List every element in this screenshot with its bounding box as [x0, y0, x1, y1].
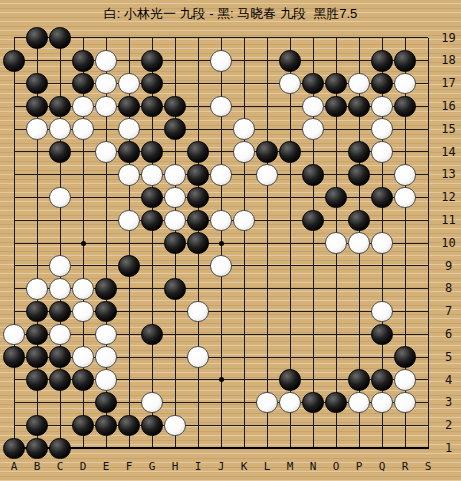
intersection[interactable]	[49, 323, 72, 346]
intersection[interactable]	[26, 27, 49, 50]
intersection[interactable]	[279, 27, 302, 50]
intersection[interactable]	[72, 323, 95, 346]
intersection[interactable]	[118, 118, 141, 141]
intersection[interactable]	[233, 255, 256, 278]
intersection[interactable]	[325, 232, 348, 255]
intersection[interactable]	[118, 255, 141, 278]
intersection[interactable]	[302, 369, 325, 392]
intersection[interactable]	[3, 141, 26, 164]
intersection[interactable]	[49, 414, 72, 437]
intersection[interactable]	[302, 255, 325, 278]
intersection[interactable]	[348, 277, 371, 300]
intersection[interactable]	[394, 72, 417, 95]
intersection[interactable]	[164, 300, 187, 323]
intersection[interactable]	[302, 141, 325, 164]
intersection[interactable]	[325, 323, 348, 346]
intersection[interactable]	[233, 323, 256, 346]
intersection[interactable]	[49, 163, 72, 186]
intersection[interactable]	[187, 323, 210, 346]
intersection[interactable]	[3, 209, 26, 232]
intersection[interactable]	[72, 118, 95, 141]
intersection[interactable]	[26, 437, 49, 460]
intersection[interactable]	[49, 209, 72, 232]
intersection[interactable]	[187, 72, 210, 95]
intersection[interactable]	[164, 141, 187, 164]
intersection[interactable]	[72, 277, 95, 300]
intersection[interactable]	[3, 277, 26, 300]
intersection[interactable]	[210, 369, 233, 392]
intersection[interactable]	[95, 323, 118, 346]
intersection[interactable]	[141, 209, 164, 232]
intersection[interactable]	[26, 323, 49, 346]
intersection[interactable]	[210, 27, 233, 50]
intersection[interactable]	[164, 118, 187, 141]
intersection[interactable]	[187, 209, 210, 232]
intersection[interactable]	[348, 323, 371, 346]
intersection[interactable]	[325, 391, 348, 414]
intersection[interactable]	[279, 323, 302, 346]
intersection[interactable]	[26, 209, 49, 232]
intersection[interactable]	[348, 437, 371, 460]
intersection[interactable]	[210, 277, 233, 300]
intersection[interactable]	[256, 414, 279, 437]
intersection[interactable]	[279, 209, 302, 232]
intersection[interactable]	[95, 414, 118, 437]
intersection[interactable]	[26, 49, 49, 72]
intersection[interactable]	[3, 186, 26, 209]
intersection[interactable]	[95, 163, 118, 186]
intersection[interactable]	[325, 186, 348, 209]
intersection[interactable]	[302, 391, 325, 414]
intersection[interactable]	[394, 414, 417, 437]
intersection[interactable]	[72, 72, 95, 95]
intersection[interactable]	[371, 27, 394, 50]
intersection[interactable]	[72, 437, 95, 460]
intersection[interactable]	[256, 232, 279, 255]
intersection[interactable]	[3, 232, 26, 255]
intersection[interactable]	[325, 300, 348, 323]
intersection[interactable]	[95, 369, 118, 392]
intersection[interactable]	[210, 323, 233, 346]
intersection[interactable]	[394, 277, 417, 300]
intersection[interactable]	[49, 300, 72, 323]
intersection[interactable]	[118, 437, 141, 460]
intersection[interactable]	[256, 72, 279, 95]
intersection[interactable]	[118, 72, 141, 95]
intersection[interactable]	[164, 95, 187, 118]
intersection[interactable]	[26, 277, 49, 300]
intersection[interactable]	[95, 232, 118, 255]
intersection[interactable]	[187, 118, 210, 141]
intersection[interactable]	[279, 300, 302, 323]
intersection[interactable]	[187, 437, 210, 460]
intersection[interactable]	[49, 255, 72, 278]
intersection[interactable]	[394, 255, 417, 278]
intersection[interactable]	[187, 346, 210, 369]
intersection[interactable]	[371, 209, 394, 232]
intersection[interactable]	[348, 346, 371, 369]
intersection[interactable]	[72, 163, 95, 186]
intersection[interactable]	[118, 369, 141, 392]
intersection[interactable]	[210, 186, 233, 209]
intersection[interactable]	[187, 141, 210, 164]
intersection[interactable]	[95, 437, 118, 460]
intersection[interactable]	[141, 118, 164, 141]
intersection[interactable]	[371, 72, 394, 95]
intersection[interactable]	[371, 118, 394, 141]
intersection[interactable]	[95, 277, 118, 300]
intersection[interactable]	[3, 72, 26, 95]
intersection[interactable]	[49, 186, 72, 209]
intersection[interactable]	[256, 27, 279, 50]
intersection[interactable]	[141, 300, 164, 323]
intersection[interactable]	[164, 72, 187, 95]
intersection[interactable]	[279, 141, 302, 164]
intersection[interactable]	[26, 95, 49, 118]
intersection[interactable]	[72, 414, 95, 437]
intersection[interactable]	[394, 141, 417, 164]
intersection[interactable]	[164, 369, 187, 392]
intersection[interactable]	[233, 49, 256, 72]
intersection[interactable]	[371, 255, 394, 278]
intersection[interactable]	[210, 209, 233, 232]
intersection[interactable]	[95, 255, 118, 278]
intersection[interactable]	[256, 49, 279, 72]
intersection[interactable]	[118, 346, 141, 369]
intersection[interactable]	[210, 346, 233, 369]
intersection[interactable]	[325, 163, 348, 186]
intersection[interactable]	[210, 414, 233, 437]
intersection[interactable]	[141, 323, 164, 346]
intersection[interactable]	[164, 255, 187, 278]
intersection[interactable]	[95, 300, 118, 323]
intersection[interactable]	[49, 95, 72, 118]
intersection[interactable]	[233, 141, 256, 164]
intersection[interactable]	[210, 232, 233, 255]
intersection[interactable]	[164, 163, 187, 186]
intersection[interactable]	[187, 186, 210, 209]
intersection[interactable]	[164, 391, 187, 414]
intersection[interactable]	[279, 163, 302, 186]
intersection[interactable]	[233, 369, 256, 392]
intersection[interactable]	[394, 437, 417, 460]
intersection[interactable]	[302, 163, 325, 186]
intersection[interactable]	[348, 232, 371, 255]
intersection[interactable]	[26, 414, 49, 437]
intersection[interactable]	[348, 141, 371, 164]
intersection[interactable]	[233, 27, 256, 50]
intersection[interactable]	[371, 163, 394, 186]
intersection[interactable]	[348, 186, 371, 209]
intersection[interactable]	[72, 391, 95, 414]
intersection[interactable]	[95, 27, 118, 50]
intersection[interactable]	[164, 186, 187, 209]
intersection[interactable]	[141, 163, 164, 186]
intersection[interactable]	[72, 209, 95, 232]
intersection[interactable]	[256, 323, 279, 346]
intersection[interactable]	[256, 163, 279, 186]
intersection[interactable]	[348, 391, 371, 414]
intersection[interactable]	[394, 232, 417, 255]
intersection[interactable]	[141, 72, 164, 95]
intersection[interactable]	[187, 163, 210, 186]
intersection[interactable]	[233, 118, 256, 141]
intersection[interactable]	[164, 232, 187, 255]
intersection[interactable]	[279, 186, 302, 209]
intersection[interactable]	[141, 95, 164, 118]
intersection[interactable]	[256, 141, 279, 164]
intersection[interactable]	[118, 414, 141, 437]
intersection[interactable]	[210, 141, 233, 164]
intersection[interactable]	[279, 346, 302, 369]
intersection[interactable]	[371, 323, 394, 346]
intersection[interactable]	[233, 437, 256, 460]
intersection[interactable]	[325, 95, 348, 118]
intersection[interactable]	[141, 141, 164, 164]
intersection[interactable]	[302, 118, 325, 141]
intersection[interactable]	[256, 369, 279, 392]
intersection[interactable]	[164, 437, 187, 460]
intersection[interactable]	[279, 118, 302, 141]
intersection[interactable]	[49, 369, 72, 392]
intersection[interactable]	[302, 186, 325, 209]
intersection[interactable]	[164, 209, 187, 232]
intersection[interactable]	[187, 49, 210, 72]
intersection[interactable]	[26, 118, 49, 141]
intersection[interactable]	[118, 95, 141, 118]
intersection[interactable]	[302, 323, 325, 346]
intersection[interactable]	[302, 72, 325, 95]
intersection[interactable]	[394, 27, 417, 50]
intersection[interactable]	[325, 118, 348, 141]
intersection[interactable]	[118, 323, 141, 346]
intersection[interactable]	[141, 49, 164, 72]
intersection[interactable]	[325, 369, 348, 392]
intersection[interactable]	[141, 391, 164, 414]
intersection[interactable]	[49, 232, 72, 255]
intersection[interactable]	[3, 369, 26, 392]
intersection[interactable]	[118, 232, 141, 255]
intersection[interactable]	[394, 118, 417, 141]
intersection[interactable]	[371, 277, 394, 300]
intersection[interactable]	[256, 255, 279, 278]
intersection[interactable]	[371, 437, 394, 460]
intersection[interactable]	[325, 277, 348, 300]
intersection[interactable]	[371, 391, 394, 414]
intersection[interactable]	[302, 27, 325, 50]
intersection[interactable]	[49, 346, 72, 369]
intersection[interactable]	[49, 72, 72, 95]
intersection[interactable]	[95, 186, 118, 209]
intersection[interactable]	[279, 391, 302, 414]
intersection[interactable]	[394, 346, 417, 369]
intersection[interactable]	[394, 209, 417, 232]
intersection[interactable]	[141, 232, 164, 255]
intersection[interactable]	[118, 391, 141, 414]
intersection[interactable]	[26, 300, 49, 323]
intersection[interactable]	[72, 300, 95, 323]
intersection[interactable]	[164, 323, 187, 346]
intersection[interactable]	[371, 369, 394, 392]
intersection[interactable]	[26, 72, 49, 95]
intersection[interactable]	[164, 346, 187, 369]
intersection[interactable]	[26, 346, 49, 369]
intersection[interactable]	[26, 391, 49, 414]
intersection[interactable]	[325, 346, 348, 369]
intersection[interactable]	[3, 95, 26, 118]
intersection[interactable]	[325, 49, 348, 72]
intersection[interactable]	[118, 163, 141, 186]
intersection[interactable]	[394, 186, 417, 209]
intersection[interactable]	[256, 437, 279, 460]
intersection[interactable]	[325, 437, 348, 460]
intersection[interactable]	[164, 49, 187, 72]
intersection[interactable]	[302, 232, 325, 255]
intersection[interactable]	[325, 414, 348, 437]
intersection[interactable]	[95, 95, 118, 118]
intersection[interactable]	[164, 414, 187, 437]
intersection[interactable]	[49, 391, 72, 414]
intersection[interactable]	[325, 72, 348, 95]
intersection[interactable]	[49, 49, 72, 72]
intersection[interactable]	[164, 277, 187, 300]
intersection[interactable]	[233, 95, 256, 118]
intersection[interactable]	[26, 141, 49, 164]
intersection[interactable]	[371, 300, 394, 323]
intersection[interactable]	[279, 49, 302, 72]
intersection[interactable]	[3, 323, 26, 346]
intersection[interactable]	[3, 49, 26, 72]
intersection[interactable]	[118, 49, 141, 72]
intersection[interactable]	[118, 27, 141, 50]
intersection[interactable]	[26, 163, 49, 186]
intersection[interactable]	[394, 323, 417, 346]
intersection[interactable]	[371, 141, 394, 164]
intersection[interactable]	[187, 255, 210, 278]
intersection[interactable]	[3, 414, 26, 437]
intersection[interactable]	[141, 27, 164, 50]
intersection[interactable]	[141, 414, 164, 437]
intersection[interactable]	[302, 209, 325, 232]
intersection[interactable]	[233, 186, 256, 209]
intersection[interactable]	[210, 437, 233, 460]
intersection[interactable]	[256, 391, 279, 414]
intersection[interactable]	[3, 255, 26, 278]
intersection[interactable]	[210, 95, 233, 118]
intersection[interactable]	[72, 346, 95, 369]
intersection[interactable]	[302, 95, 325, 118]
intersection[interactable]	[256, 118, 279, 141]
intersection[interactable]	[187, 300, 210, 323]
intersection[interactable]	[348, 209, 371, 232]
intersection[interactable]	[141, 255, 164, 278]
intersection[interactable]	[187, 369, 210, 392]
intersection[interactable]	[49, 118, 72, 141]
intersection[interactable]	[279, 414, 302, 437]
intersection[interactable]	[371, 346, 394, 369]
intersection[interactable]	[3, 346, 26, 369]
intersection[interactable]	[3, 300, 26, 323]
intersection[interactable]	[49, 437, 72, 460]
intersection[interactable]	[141, 277, 164, 300]
intersection[interactable]	[279, 255, 302, 278]
intersection[interactable]	[371, 95, 394, 118]
intersection[interactable]	[95, 346, 118, 369]
intersection[interactable]	[394, 369, 417, 392]
intersection[interactable]	[49, 141, 72, 164]
intersection[interactable]	[348, 369, 371, 392]
intersection[interactable]	[3, 27, 26, 50]
intersection[interactable]	[256, 277, 279, 300]
intersection[interactable]	[95, 72, 118, 95]
intersection[interactable]	[302, 49, 325, 72]
intersection[interactable]	[371, 186, 394, 209]
intersection[interactable]	[49, 277, 72, 300]
intersection[interactable]	[348, 49, 371, 72]
intersection[interactable]	[3, 437, 26, 460]
intersection[interactable]	[210, 300, 233, 323]
intersection[interactable]	[3, 118, 26, 141]
intersection[interactable]	[348, 27, 371, 50]
intersection[interactable]	[72, 141, 95, 164]
intersection[interactable]	[118, 141, 141, 164]
intersection[interactable]	[141, 437, 164, 460]
intersection[interactable]	[302, 346, 325, 369]
intersection[interactable]	[141, 186, 164, 209]
intersection[interactable]	[256, 95, 279, 118]
intersection[interactable]	[233, 163, 256, 186]
intersection[interactable]	[302, 300, 325, 323]
intersection[interactable]	[256, 300, 279, 323]
intersection[interactable]	[348, 118, 371, 141]
intersection[interactable]	[26, 186, 49, 209]
intersection[interactable]	[233, 72, 256, 95]
intersection[interactable]	[26, 232, 49, 255]
intersection[interactable]	[26, 369, 49, 392]
intersection[interactable]	[325, 141, 348, 164]
intersection[interactable]	[72, 232, 95, 255]
intersection[interactable]	[72, 255, 95, 278]
intersection[interactable]	[394, 163, 417, 186]
intersection[interactable]	[26, 255, 49, 278]
intersection[interactable]	[233, 414, 256, 437]
intersection[interactable]	[348, 72, 371, 95]
intersection[interactable]	[210, 72, 233, 95]
intersection[interactable]	[325, 27, 348, 50]
intersection[interactable]	[233, 209, 256, 232]
intersection[interactable]	[394, 391, 417, 414]
intersection[interactable]	[210, 391, 233, 414]
intersection[interactable]	[233, 232, 256, 255]
intersection[interactable]	[279, 369, 302, 392]
intersection[interactable]	[256, 346, 279, 369]
intersection[interactable]	[210, 163, 233, 186]
intersection[interactable]	[187, 27, 210, 50]
intersection[interactable]	[233, 300, 256, 323]
intersection[interactable]	[348, 95, 371, 118]
intersection[interactable]	[118, 300, 141, 323]
intersection[interactable]	[187, 232, 210, 255]
intersection[interactable]	[72, 369, 95, 392]
intersection[interactable]	[348, 255, 371, 278]
intersection[interactable]	[371, 49, 394, 72]
intersection[interactable]	[279, 277, 302, 300]
intersection[interactable]	[394, 300, 417, 323]
intersection[interactable]	[95, 209, 118, 232]
intersection[interactable]	[187, 277, 210, 300]
intersection[interactable]	[72, 49, 95, 72]
intersection[interactable]	[348, 414, 371, 437]
